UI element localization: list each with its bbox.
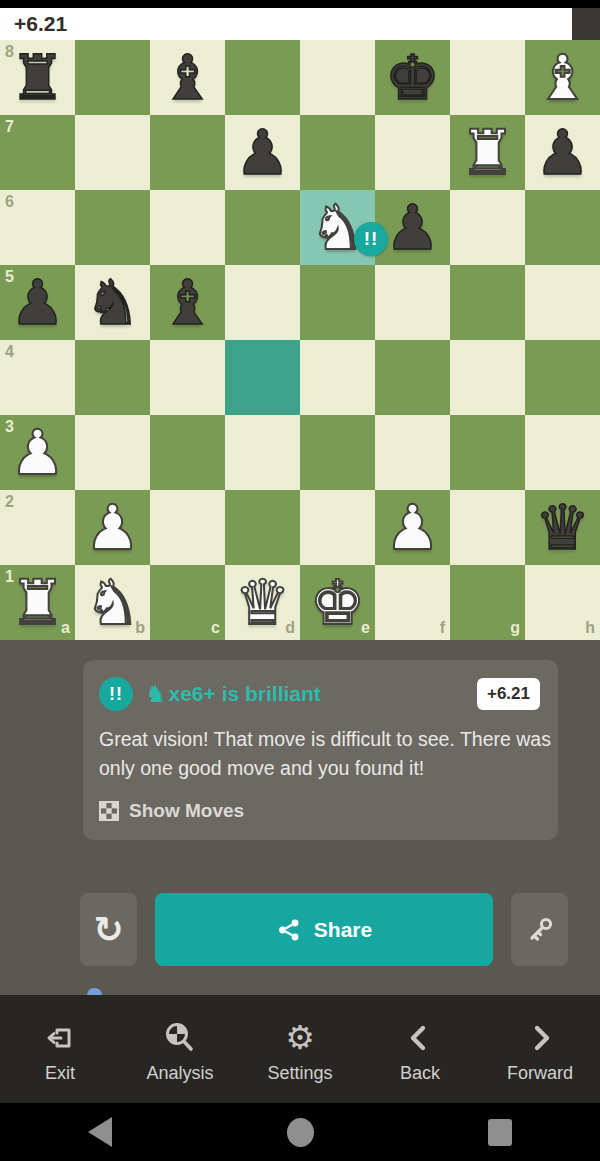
square-c5[interactable]: ♝ <box>150 265 225 340</box>
square-a8[interactable]: 8♜ <box>0 40 75 115</box>
file-label-f: f <box>440 620 445 636</box>
piece-white-pawn-f2[interactable]: ♟ <box>375 490 450 565</box>
chevron-right-icon <box>524 1019 556 1057</box>
board-area: 8♜♝♚♝7♟♜♟6♞♟5♟♞♝43♟2♟♟♛1a♜b♞cd♛e♚fgh !! <box>0 40 600 640</box>
move-feedback-card: !! ♞ xe6+ is brilliant +6.21 Great visio… <box>83 660 558 840</box>
square-g8[interactable] <box>450 40 525 115</box>
square-c7[interactable] <box>150 115 225 190</box>
square-d1[interactable]: d♛ <box>225 565 300 640</box>
evaluation-bar: +6.21 <box>0 8 600 40</box>
square-g6[interactable] <box>450 190 525 265</box>
piece-white-bishop-h8[interactable]: ♝ <box>525 40 600 115</box>
chess-board[interactable]: 8♜♝♚♝7♟♜♟6♞♟5♟♞♝43♟2♟♟♛1a♜b♞cd♛e♚fgh <box>0 40 600 640</box>
square-d3[interactable] <box>225 415 300 490</box>
retry-icon: ↻ <box>93 909 123 950</box>
file-label-g: g <box>510 620 520 636</box>
file-label-c: c <box>211 620 220 636</box>
nav-analysis[interactable]: Analysis <box>120 995 240 1103</box>
evaluation-score: +6.21 <box>14 12 67 36</box>
piece-black-knight-b5[interactable]: ♞ <box>75 265 150 340</box>
square-c1[interactable]: c <box>150 565 225 640</box>
square-d6[interactable] <box>225 190 300 265</box>
square-e4[interactable] <box>300 340 375 415</box>
retry-button[interactable]: ↻ <box>80 893 137 966</box>
move-quality-text: ♞ xe6+ is brilliant <box>145 680 321 708</box>
square-b4[interactable] <box>75 340 150 415</box>
nav-exit-label: Exit <box>45 1063 75 1084</box>
square-c8[interactable]: ♝ <box>150 40 225 115</box>
back-triangle-icon <box>88 1117 112 1147</box>
key-icon <box>525 915 555 945</box>
square-f2[interactable]: ♟ <box>375 490 450 565</box>
share-button[interactable]: Share <box>155 893 493 966</box>
square-e1[interactable]: e♚ <box>300 565 375 640</box>
analysis-icon <box>162 1019 198 1057</box>
nav-forward-label: Forward <box>507 1063 573 1084</box>
piece-black-pawn-h7[interactable]: ♟ <box>525 115 600 190</box>
show-moves-label: Show Moves <box>129 800 244 822</box>
square-a1[interactable]: 1a♜ <box>0 565 75 640</box>
status-bar <box>0 0 600 8</box>
square-f6[interactable]: ♟ <box>375 190 450 265</box>
square-c2[interactable] <box>150 490 225 565</box>
chevron-left-icon <box>404 1019 436 1057</box>
piece-white-pawn-a3[interactable]: ♟ <box>0 415 75 490</box>
android-back-button[interactable] <box>0 1117 200 1147</box>
feedback-header: !! ♞ xe6+ is brilliant +6.21 <box>99 677 540 711</box>
piece-black-pawn-a5[interactable]: ♟ <box>0 265 75 340</box>
key-button[interactable] <box>511 893 568 966</box>
square-a5[interactable]: 5♟ <box>0 265 75 340</box>
square-e7[interactable] <box>300 115 375 190</box>
square-e3[interactable] <box>300 415 375 490</box>
file-label-h: h <box>585 620 595 636</box>
android-nav-bar <box>0 1103 600 1161</box>
exit-icon <box>43 1019 77 1057</box>
nav-analysis-label: Analysis <box>146 1063 213 1084</box>
square-b7[interactable] <box>75 115 150 190</box>
square-g7[interactable]: ♜ <box>450 115 525 190</box>
app-screen: +6.21 8♜♝♚♝7♟♜♟6♞♟5♟♞♝43♟2♟♟♛1a♜b♞cd♛e♚f… <box>0 0 600 1161</box>
square-a7[interactable]: 7 <box>0 115 75 190</box>
move-quality-label: xe6+ is brilliant <box>169 682 321 706</box>
square-g3[interactable] <box>450 415 525 490</box>
square-b5[interactable]: ♞ <box>75 265 150 340</box>
rank-label-6: 6 <box>5 194 14 210</box>
nav-settings-label: Settings <box>267 1063 332 1084</box>
square-c3[interactable] <box>150 415 225 490</box>
square-b3[interactable] <box>75 415 150 490</box>
square-h7[interactable]: ♟ <box>525 115 600 190</box>
piece-black-queen-h2[interactable]: ♛ <box>525 490 600 565</box>
square-a6[interactable]: 6 <box>0 190 75 265</box>
nav-exit[interactable]: Exit <box>0 995 120 1103</box>
square-h6[interactable] <box>525 190 600 265</box>
square-e8[interactable] <box>300 40 375 115</box>
square-g1[interactable]: g <box>450 565 525 640</box>
mini-board-icon <box>99 801 119 821</box>
actions-row: ↻ Share <box>80 893 568 966</box>
piece-black-king-f8[interactable]: ♚ <box>375 40 450 115</box>
square-d4[interactable] <box>225 340 300 415</box>
piece-white-king-e1[interactable]: ♚ <box>300 565 375 640</box>
square-b1[interactable]: b♞ <box>75 565 150 640</box>
square-f3[interactable] <box>375 415 450 490</box>
square-h1[interactable]: h <box>525 565 600 640</box>
square-a4[interactable]: 4 <box>0 340 75 415</box>
eval-chip: +6.21 <box>477 678 540 710</box>
peeking-element <box>87 988 102 995</box>
rank-label-7: 7 <box>5 119 14 135</box>
square-a2[interactable]: 2 <box>0 490 75 565</box>
square-f1[interactable]: f <box>375 565 450 640</box>
nav-back[interactable]: Back <box>360 995 480 1103</box>
square-d7[interactable]: ♟ <box>225 115 300 190</box>
android-home-button[interactable] <box>200 1118 400 1147</box>
nav-forward[interactable]: Forward <box>480 995 600 1103</box>
recents-square-icon <box>488 1119 512 1146</box>
piece-black-bishop-c8[interactable]: ♝ <box>150 40 225 115</box>
square-g4[interactable] <box>450 340 525 415</box>
square-c4[interactable] <box>150 340 225 415</box>
piece-black-pawn-d7[interactable]: ♟ <box>225 115 300 190</box>
square-f7[interactable] <box>375 115 450 190</box>
rank-label-2: 2 <box>5 494 14 510</box>
square-d8[interactable] <box>225 40 300 115</box>
share-icon <box>276 917 302 943</box>
square-d5[interactable] <box>225 265 300 340</box>
square-g5[interactable] <box>450 265 525 340</box>
square-f5[interactable] <box>375 265 450 340</box>
piece-white-pawn-b2[interactable]: ♟ <box>75 490 150 565</box>
piece-white-knight-b1[interactable]: ♞ <box>75 565 150 640</box>
square-f8[interactable]: ♚ <box>375 40 450 115</box>
square-b2[interactable]: ♟ <box>75 490 150 565</box>
square-h3[interactable] <box>525 415 600 490</box>
square-f4[interactable] <box>375 340 450 415</box>
brilliant-move-badge: !! <box>354 222 388 256</box>
evaluation-black-segment <box>572 8 600 40</box>
bottom-nav: Exit Analysis ⚙ Settings Ba <box>0 995 600 1103</box>
square-a3[interactable]: 3♟ <box>0 415 75 490</box>
android-recents-button[interactable] <box>400 1119 600 1146</box>
knight-icon: ♞ <box>145 680 167 708</box>
square-b8[interactable] <box>75 40 150 115</box>
square-d2[interactable] <box>225 490 300 565</box>
nav-settings[interactable]: ⚙ Settings <box>240 995 360 1103</box>
square-g2[interactable] <box>450 490 525 565</box>
square-e2[interactable] <box>300 490 375 565</box>
piece-black-pawn-f6[interactable]: ♟ <box>375 190 450 265</box>
brilliant-icon: !! <box>99 677 133 711</box>
square-b6[interactable] <box>75 190 150 265</box>
square-h8[interactable]: ♝ <box>525 40 600 115</box>
piece-white-rook-a1[interactable]: ♜ <box>0 565 75 640</box>
square-h2[interactable]: ♛ <box>525 490 600 565</box>
show-moves-button[interactable]: Show Moves <box>99 800 540 822</box>
piece-black-rook-a8[interactable]: ♜ <box>0 40 75 115</box>
rank-label-4: 4 <box>5 344 14 360</box>
nav-back-label: Back <box>400 1063 440 1084</box>
square-h4[interactable] <box>525 340 600 415</box>
square-h5[interactable] <box>525 265 600 340</box>
share-label: Share <box>314 918 372 942</box>
gear-icon: ⚙ <box>285 1019 315 1057</box>
home-circle-icon <box>287 1118 314 1147</box>
square-e5[interactable] <box>300 265 375 340</box>
analysis-panel: !! ♞ xe6+ is brilliant +6.21 Great visio… <box>0 640 600 995</box>
coach-message: Great vision! That move is difficult to … <box>99 725 559 784</box>
piece-white-queen-d1[interactable]: ♛ <box>225 565 300 640</box>
piece-black-bishop-c5[interactable]: ♝ <box>150 265 225 340</box>
piece-white-rook-g7[interactable]: ♜ <box>450 115 525 190</box>
square-c6[interactable] <box>150 190 225 265</box>
